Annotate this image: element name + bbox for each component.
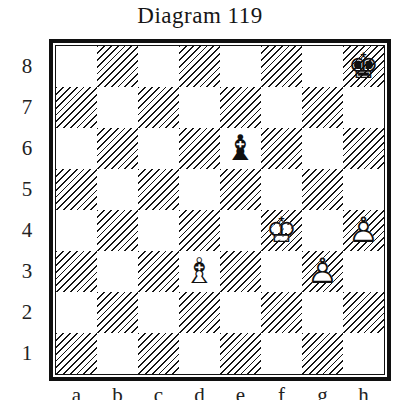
rank-label-6: 6 bbox=[5, 128, 49, 169]
square-f5 bbox=[261, 169, 302, 210]
board-frame: ♚♝♚♔♟♙♝♗♟♙ bbox=[49, 39, 391, 381]
rank-label-5: 5 bbox=[5, 169, 49, 210]
file-label-h: h bbox=[343, 383, 384, 400]
square-f3 bbox=[261, 251, 302, 292]
square-d3: ♝♗ bbox=[179, 251, 220, 292]
rank-label-4: 4 bbox=[5, 210, 49, 251]
piece-white-pawn-g3: ♟♙ bbox=[302, 251, 343, 292]
square-a3 bbox=[56, 251, 97, 292]
square-c6 bbox=[138, 128, 179, 169]
square-a6 bbox=[56, 128, 97, 169]
square-h3 bbox=[343, 251, 384, 292]
square-g6 bbox=[302, 128, 343, 169]
square-e2 bbox=[220, 292, 261, 333]
file-label-d: d bbox=[179, 383, 220, 400]
rank-label-3: 3 bbox=[5, 251, 49, 292]
square-g4 bbox=[302, 210, 343, 251]
file-label-c: c bbox=[138, 383, 179, 400]
square-d4 bbox=[179, 210, 220, 251]
piece-outline: ♔ bbox=[266, 210, 297, 251]
square-d1 bbox=[179, 333, 220, 374]
square-e8 bbox=[220, 46, 261, 87]
square-f1 bbox=[261, 333, 302, 374]
square-b7 bbox=[97, 87, 138, 128]
square-d6 bbox=[179, 128, 220, 169]
piece-white-pawn-h4: ♟♙ bbox=[343, 210, 384, 251]
square-f4: ♚♔ bbox=[261, 210, 302, 251]
square-c1 bbox=[138, 333, 179, 374]
file-label-f: f bbox=[261, 383, 302, 400]
square-f7 bbox=[261, 87, 302, 128]
file-label-e: e bbox=[220, 383, 261, 400]
piece-outline: ♙ bbox=[348, 210, 379, 251]
square-h4: ♟♙ bbox=[343, 210, 384, 251]
square-b3 bbox=[97, 251, 138, 292]
piece-black-bishop-e6: ♝ bbox=[220, 128, 261, 169]
square-a8 bbox=[56, 46, 97, 87]
square-e6: ♝ bbox=[220, 128, 261, 169]
board-layout: 87654321 ♚♝♚♔♟♙♝♗♟♙ abcdefgh bbox=[5, 39, 391, 400]
square-e4 bbox=[220, 210, 261, 251]
rank-label-1: 1 bbox=[5, 333, 49, 374]
square-c2 bbox=[138, 292, 179, 333]
piece-outline: ♗ bbox=[184, 251, 215, 292]
rank-label-7: 7 bbox=[5, 87, 49, 128]
square-b8 bbox=[97, 46, 138, 87]
piece-black-king-h8: ♚ bbox=[343, 46, 384, 87]
square-c4 bbox=[138, 210, 179, 251]
file-label-b: b bbox=[97, 383, 138, 400]
square-a4 bbox=[56, 210, 97, 251]
file-label-g: g bbox=[302, 383, 343, 400]
square-g7 bbox=[302, 87, 343, 128]
square-c8 bbox=[138, 46, 179, 87]
square-e5 bbox=[220, 169, 261, 210]
square-g5 bbox=[302, 169, 343, 210]
square-g2 bbox=[302, 292, 343, 333]
square-d5 bbox=[179, 169, 220, 210]
square-d2 bbox=[179, 292, 220, 333]
rank-labels: 87654321 bbox=[5, 39, 49, 381]
square-a2 bbox=[56, 292, 97, 333]
square-g8 bbox=[302, 46, 343, 87]
square-h7 bbox=[343, 87, 384, 128]
square-d7 bbox=[179, 87, 220, 128]
square-g1 bbox=[302, 333, 343, 374]
square-e7 bbox=[220, 87, 261, 128]
square-f2 bbox=[261, 292, 302, 333]
square-b1 bbox=[97, 333, 138, 374]
square-a7 bbox=[56, 87, 97, 128]
square-h1 bbox=[343, 333, 384, 374]
square-b6 bbox=[97, 128, 138, 169]
file-labels: abcdefgh bbox=[49, 381, 391, 400]
square-g3: ♟♙ bbox=[302, 251, 343, 292]
square-c7 bbox=[138, 87, 179, 128]
square-b5 bbox=[97, 169, 138, 210]
piece-outline: ♙ bbox=[307, 251, 338, 292]
square-c3 bbox=[138, 251, 179, 292]
square-h8: ♚ bbox=[343, 46, 384, 87]
rank-label-2: 2 bbox=[5, 292, 49, 333]
rank-label-8: 8 bbox=[5, 46, 49, 87]
square-a5 bbox=[56, 169, 97, 210]
square-c5 bbox=[138, 169, 179, 210]
piece-white-bishop-d3: ♝♗ bbox=[179, 251, 220, 292]
file-label-a: a bbox=[56, 383, 97, 400]
piece-white-king-f4: ♚♔ bbox=[261, 210, 302, 251]
square-h5 bbox=[343, 169, 384, 210]
diagram-title: Diagram 119 bbox=[0, 3, 400, 29]
square-e1 bbox=[220, 333, 261, 374]
square-f8 bbox=[261, 46, 302, 87]
square-f6 bbox=[261, 128, 302, 169]
square-h6 bbox=[343, 128, 384, 169]
square-d8 bbox=[179, 46, 220, 87]
chess-board: ♚♝♚♔♟♙♝♗♟♙ bbox=[55, 45, 385, 375]
square-h2 bbox=[343, 292, 384, 333]
square-a1 bbox=[56, 333, 97, 374]
square-b4 bbox=[97, 210, 138, 251]
square-b2 bbox=[97, 292, 138, 333]
square-e3 bbox=[220, 251, 261, 292]
